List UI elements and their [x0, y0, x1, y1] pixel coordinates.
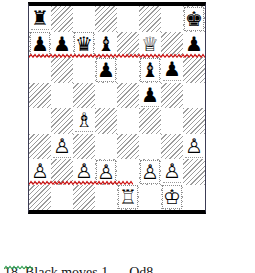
- square-g7: [161, 32, 183, 58]
- square-e3: [117, 134, 139, 160]
- black-pawn: ♟: [53, 33, 71, 56]
- square-c4: ♗: [73, 108, 95, 134]
- square-d4: [95, 108, 117, 134]
- square-c7: ♛: [73, 32, 95, 58]
- white-queen: ♕: [141, 33, 159, 56]
- square-b3: ♙: [51, 134, 73, 160]
- square-e6: [117, 57, 139, 83]
- black-bishop: ♝: [97, 33, 115, 56]
- square-h1: [183, 185, 205, 211]
- square-d7: ♝: [95, 32, 117, 58]
- square-e5: [117, 83, 139, 109]
- square-a5: [29, 83, 51, 109]
- square-d5: [95, 83, 117, 109]
- black-pawn: ♟: [30, 32, 50, 56]
- square-b2: [51, 159, 73, 185]
- square-a4: [29, 108, 51, 134]
- square-b7: ♟: [51, 32, 73, 58]
- square-c2: ♙: [73, 159, 95, 185]
- white-pawn: ♙: [31, 160, 49, 183]
- white-pawn: ♙: [185, 135, 203, 158]
- square-f8: [139, 6, 161, 32]
- square-d3: [95, 134, 117, 160]
- square-b4: [51, 108, 73, 134]
- black-king: ♚: [184, 7, 204, 31]
- puzzle-caption: 18. Black moves 1. ... Qd8 how does Whit…: [4, 233, 222, 273]
- square-b5: [51, 83, 73, 109]
- square-c6: [73, 57, 95, 83]
- square-b6: [51, 57, 73, 83]
- square-c3: [73, 134, 95, 160]
- square-g3: [161, 134, 183, 160]
- square-h2: [183, 159, 205, 185]
- white-pawn: ♙: [163, 160, 181, 183]
- white-rook: ♖: [118, 185, 138, 209]
- square-d6: ♟: [95, 57, 117, 83]
- square-f4: [139, 108, 161, 134]
- square-h8: ♚: [183, 6, 205, 32]
- square-h7: ♟: [183, 32, 205, 58]
- square-h5: [183, 83, 205, 109]
- square-c1: [73, 185, 95, 211]
- chess-board: ♜♚♟♟♛♝♕♟♟♝♟♟♗♙♙♙♙♙♙♙♖♔: [28, 2, 206, 214]
- square-g8: [161, 6, 183, 32]
- white-pawn: ♙: [53, 135, 71, 158]
- chess-board-grid: ♜♚♟♟♛♝♕♟♟♝♟♟♗♙♙♙♙♙♙♙♖♔: [29, 6, 205, 210]
- square-b8: [51, 6, 73, 32]
- square-e7: [117, 32, 139, 58]
- white-bishop: ♗: [75, 109, 93, 132]
- black-pawn: ♟: [163, 58, 181, 81]
- square-h6: [183, 57, 205, 83]
- black-queen: ♛: [74, 32, 94, 56]
- white-pawn: ♙: [140, 160, 160, 184]
- square-b1: [51, 185, 73, 211]
- square-f3: [139, 134, 161, 160]
- black-pawn: ♟: [185, 33, 203, 56]
- white-king: ♔: [162, 185, 182, 209]
- square-d8: [95, 6, 117, 32]
- square-a7: ♟: [29, 32, 51, 58]
- square-e1: ♖: [117, 185, 139, 211]
- square-h3: ♙: [183, 134, 205, 160]
- square-d2: ♙: [95, 159, 117, 185]
- square-e8: [117, 6, 139, 32]
- square-a1: [29, 185, 51, 211]
- square-a3: [29, 134, 51, 160]
- black-pawn: ♟: [141, 84, 159, 107]
- white-pawn: ♙: [96, 160, 116, 184]
- square-a2: ♙: [29, 159, 51, 185]
- square-f7: ♕: [139, 32, 161, 58]
- square-e4: [117, 108, 139, 134]
- square-g2: ♙: [161, 159, 183, 185]
- square-f5: ♟: [139, 83, 161, 109]
- black-bishop: ♝: [140, 58, 160, 82]
- square-f1: [139, 185, 161, 211]
- caption-line-1: 18. Black moves 1. ... Qd8: [4, 265, 222, 273]
- black-pawn: ♟: [96, 58, 116, 82]
- square-g1: ♔: [161, 185, 183, 211]
- document-page: ♜♚♟♟♛♝♕♟♟♝♟♟♗♙♙♙♙♙♙♙♖♔ 18. Black moves 1…: [0, 0, 255, 273]
- square-f6: ♝: [139, 57, 161, 83]
- square-g6: ♟: [161, 57, 183, 83]
- square-h4: [183, 108, 205, 134]
- square-d1: [95, 185, 117, 211]
- square-e2: [117, 159, 139, 185]
- square-g4: [161, 108, 183, 134]
- square-c8: [73, 6, 95, 32]
- square-f2: ♙: [139, 159, 161, 185]
- square-g5: [161, 83, 183, 109]
- white-pawn: ♙: [75, 160, 93, 183]
- black-rook: ♜: [31, 7, 49, 30]
- square-a8: ♜: [29, 6, 51, 32]
- square-c5: [73, 83, 95, 109]
- square-a6: [29, 57, 51, 83]
